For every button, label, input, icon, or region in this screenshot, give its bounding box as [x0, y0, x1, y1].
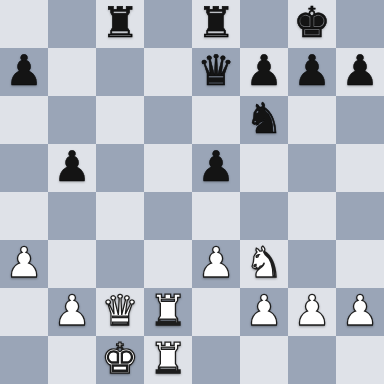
square-h2[interactable]: ♟ [336, 288, 384, 336]
square-e4[interactable] [192, 192, 240, 240]
square-g3[interactable] [288, 240, 336, 288]
square-b4[interactable] [48, 192, 96, 240]
square-a4[interactable] [0, 192, 48, 240]
square-d2[interactable]: ♜ [144, 288, 192, 336]
square-f8[interactable] [240, 0, 288, 48]
square-d7[interactable] [144, 48, 192, 96]
black-rook[interactable]: ♜ [197, 0, 235, 47]
square-h1[interactable] [336, 336, 384, 384]
square-g5[interactable] [288, 144, 336, 192]
square-h4[interactable] [336, 192, 384, 240]
white-rook[interactable]: ♜ [149, 288, 187, 335]
chess-board: ♜♜♚♟♛♟♟♟♞♟♟♟♟♞♟♛♜♟♟♟♚♜ [0, 0, 384, 384]
square-a6[interactable] [0, 96, 48, 144]
black-pawn[interactable]: ♟ [53, 144, 91, 191]
square-e2[interactable] [192, 288, 240, 336]
white-pawn[interactable]: ♟ [197, 240, 235, 287]
square-d1[interactable]: ♜ [144, 336, 192, 384]
square-b8[interactable] [48, 0, 96, 48]
white-pawn[interactable]: ♟ [341, 288, 379, 335]
square-c3[interactable] [96, 240, 144, 288]
square-c7[interactable] [96, 48, 144, 96]
square-e7[interactable]: ♛ [192, 48, 240, 96]
square-e1[interactable] [192, 336, 240, 384]
square-b7[interactable] [48, 48, 96, 96]
square-g1[interactable] [288, 336, 336, 384]
square-c2[interactable]: ♛ [96, 288, 144, 336]
square-a5[interactable] [0, 144, 48, 192]
square-d8[interactable] [144, 0, 192, 48]
white-pawn[interactable]: ♟ [293, 288, 331, 335]
square-e8[interactable]: ♜ [192, 0, 240, 48]
square-a8[interactable] [0, 0, 48, 48]
square-c4[interactable] [96, 192, 144, 240]
square-a1[interactable] [0, 336, 48, 384]
square-a3[interactable]: ♟ [0, 240, 48, 288]
square-f1[interactable] [240, 336, 288, 384]
square-g7[interactable]: ♟ [288, 48, 336, 96]
square-d6[interactable] [144, 96, 192, 144]
white-queen[interactable]: ♛ [101, 288, 139, 335]
white-pawn[interactable]: ♟ [5, 240, 43, 287]
black-rook[interactable]: ♜ [101, 0, 139, 47]
white-pawn[interactable]: ♟ [245, 288, 283, 335]
black-pawn[interactable]: ♟ [5, 48, 43, 95]
black-king[interactable]: ♚ [293, 0, 331, 47]
square-g2[interactable]: ♟ [288, 288, 336, 336]
square-f3[interactable]: ♞ [240, 240, 288, 288]
square-e3[interactable]: ♟ [192, 240, 240, 288]
black-pawn[interactable]: ♟ [293, 48, 331, 95]
square-b3[interactable] [48, 240, 96, 288]
square-f5[interactable] [240, 144, 288, 192]
square-c5[interactable] [96, 144, 144, 192]
square-g4[interactable] [288, 192, 336, 240]
square-h3[interactable] [336, 240, 384, 288]
square-f2[interactable]: ♟ [240, 288, 288, 336]
square-b2[interactable]: ♟ [48, 288, 96, 336]
square-c6[interactable] [96, 96, 144, 144]
square-b1[interactable] [48, 336, 96, 384]
square-h7[interactable]: ♟ [336, 48, 384, 96]
white-pawn[interactable]: ♟ [53, 288, 91, 335]
square-g6[interactable] [288, 96, 336, 144]
white-rook[interactable]: ♜ [149, 336, 187, 383]
square-b6[interactable] [48, 96, 96, 144]
square-h8[interactable] [336, 0, 384, 48]
square-h6[interactable] [336, 96, 384, 144]
square-e5[interactable]: ♟ [192, 144, 240, 192]
square-e6[interactable] [192, 96, 240, 144]
black-pawn[interactable]: ♟ [197, 144, 235, 191]
square-f6[interactable]: ♞ [240, 96, 288, 144]
square-d3[interactable] [144, 240, 192, 288]
square-c1[interactable]: ♚ [96, 336, 144, 384]
square-f7[interactable]: ♟ [240, 48, 288, 96]
square-f4[interactable] [240, 192, 288, 240]
black-pawn[interactable]: ♟ [245, 48, 283, 95]
black-knight[interactable]: ♞ [245, 96, 283, 143]
square-d4[interactable] [144, 192, 192, 240]
black-pawn[interactable]: ♟ [341, 48, 379, 95]
square-d5[interactable] [144, 144, 192, 192]
square-a2[interactable] [0, 288, 48, 336]
white-king[interactable]: ♚ [101, 336, 139, 383]
square-h5[interactable] [336, 144, 384, 192]
square-g8[interactable]: ♚ [288, 0, 336, 48]
square-b5[interactable]: ♟ [48, 144, 96, 192]
square-a7[interactable]: ♟ [0, 48, 48, 96]
white-knight[interactable]: ♞ [245, 240, 283, 287]
black-queen[interactable]: ♛ [197, 48, 235, 95]
square-c8[interactable]: ♜ [96, 0, 144, 48]
